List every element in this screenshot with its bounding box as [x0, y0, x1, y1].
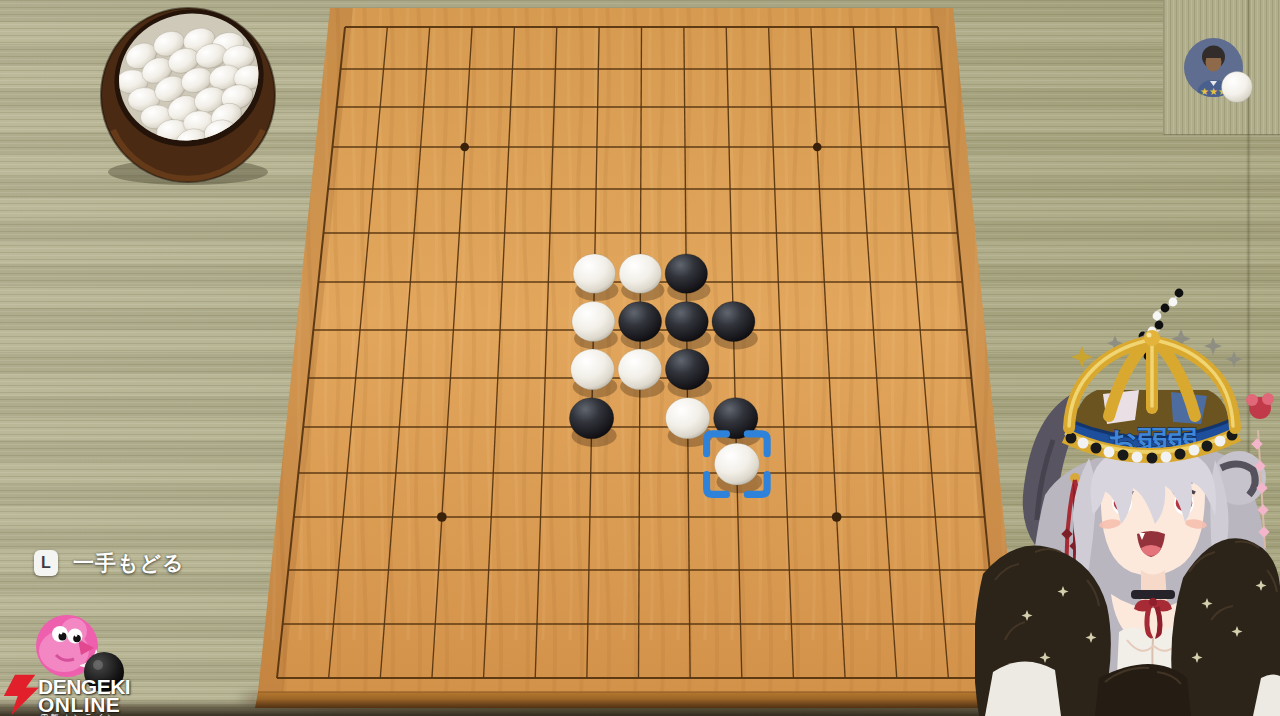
- star-point: [460, 143, 469, 152]
- white-stone-badge: [1222, 72, 1253, 103]
- undo-control[interactable]: L 一手もどる: [34, 549, 184, 577]
- opponent-avatar: ★★★: [1177, 31, 1277, 111]
- undo-label: 一手もどる: [73, 549, 184, 577]
- white-stone-bowl: [88, 0, 288, 190]
- watermark-line3: 電撃オンライン: [40, 712, 118, 716]
- vtuber-character: お弱弱: [975, 280, 1280, 716]
- game-screen: L 一手もどる: [0, 0, 1280, 716]
- dengeki-watermark: DENGEKI ONLINE 電撃オンライン: [0, 600, 210, 716]
- star-point: [437, 512, 447, 522]
- l-button-icon[interactable]: L: [34, 550, 58, 576]
- star-point: [832, 512, 842, 522]
- star-point: [813, 143, 822, 152]
- lightning-bolt-icon: [2, 674, 39, 716]
